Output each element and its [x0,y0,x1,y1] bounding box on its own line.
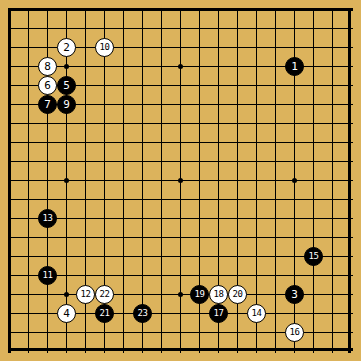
go-diagram: 1234567891011121314151617181920212223 [0,0,361,361]
stone-b5: 5 [57,76,76,95]
stone-b23: 23 [133,304,152,323]
stone-w20: 20 [228,285,247,304]
stone-b15: 15 [304,247,323,266]
stone-layer: 1234567891011121314151617181920212223 [0,0,361,361]
stone-b9: 9 [57,95,76,114]
stone-b3: 3 [285,285,304,304]
stone-w12: 12 [76,285,95,304]
stone-w6: 6 [38,76,57,95]
stone-w22: 22 [95,285,114,304]
stone-w2: 2 [57,38,76,57]
stone-w16: 16 [285,323,304,342]
stone-b7: 7 [38,95,57,114]
stone-w18: 18 [209,285,228,304]
stone-b21: 21 [95,304,114,323]
stone-w10: 10 [95,38,114,57]
stone-b1: 1 [285,57,304,76]
go-board: 1234567891011121314151617181920212223 [0,0,361,361]
stone-b13: 13 [38,209,57,228]
stone-b17: 17 [209,304,228,323]
stone-w8: 8 [38,57,57,76]
stone-w4: 4 [57,304,76,323]
stone-b19: 19 [190,285,209,304]
stone-w14: 14 [247,304,266,323]
stone-b11: 11 [38,266,57,285]
